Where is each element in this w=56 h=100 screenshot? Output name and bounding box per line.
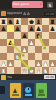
square-g6[interactable] xyxy=(42,32,49,39)
black-rook-a8[interactable]: ♜ xyxy=(0,18,7,25)
square-d7[interactable] xyxy=(21,25,28,32)
square-h8[interactable]: ♜ xyxy=(49,18,56,25)
white-pawn-d4[interactable]: ♟ xyxy=(21,46,28,53)
square-h5[interactable] xyxy=(49,39,56,46)
square-c6[interactable] xyxy=(14,32,21,39)
top-banner-row: New game × ♞ xyxy=(0,0,56,9)
square-g3[interactable] xyxy=(42,53,49,60)
timer-card[interactable] xyxy=(23,83,34,98)
square-b8[interactable]: ♞ xyxy=(7,18,14,25)
square-e5[interactable]: ♟ xyxy=(28,39,35,46)
square-d2[interactable] xyxy=(21,60,28,67)
square-a4[interactable] xyxy=(0,46,7,53)
square-f5[interactable] xyxy=(35,39,42,46)
card-accent-bar xyxy=(25,94,32,96)
square-a8[interactable]: ♜ xyxy=(0,18,7,25)
opponent-bar: Opponent ♙♙ 10:00 xyxy=(0,9,56,18)
square-g2[interactable]: ♟ xyxy=(42,60,49,67)
square-b5[interactable]: ♟ xyxy=(7,39,14,46)
cards-container: ♟▤ xyxy=(10,83,47,98)
square-f7[interactable]: ♟ xyxy=(35,25,42,32)
square-h2[interactable]: ♟ xyxy=(49,60,56,67)
square-h6[interactable] xyxy=(49,32,56,39)
square-h3[interactable] xyxy=(49,53,56,60)
notification-banner[interactable]: New game × xyxy=(12,1,43,8)
white-pawn-b2[interactable]: ♟ xyxy=(7,60,14,67)
square-h1[interactable]: ♜ xyxy=(49,67,56,74)
square-e2[interactable] xyxy=(28,60,35,67)
white-pawn-g2[interactable]: ♟ xyxy=(42,60,49,67)
square-d8[interactable] xyxy=(21,18,28,25)
square-e8[interactable]: ♚ xyxy=(28,18,35,25)
chess-board[interactable]: ♜♞♝♚♝♜♟♟♟♟♟♟♞♟♟♟♞♟♟♟♟♟♜♛♚♝♞♜ xyxy=(0,18,56,74)
square-f6[interactable]: ♞ xyxy=(35,32,42,39)
side-drawer-notch[interactable] xyxy=(0,86,5,94)
square-e1[interactable]: ♚ xyxy=(28,67,35,74)
square-h4[interactable] xyxy=(49,46,56,53)
square-d1[interactable]: ♛ xyxy=(21,67,28,74)
square-d3[interactable] xyxy=(21,53,28,60)
lessons-card[interactable]: ▤ xyxy=(36,83,47,98)
white-knight-g1[interactable]: ♞ xyxy=(42,67,49,74)
square-d6[interactable]: ♟ xyxy=(21,32,28,39)
square-a3[interactable] xyxy=(0,53,7,60)
black-king-e8[interactable]: ♚ xyxy=(28,18,35,25)
black-bishop-f8[interactable]: ♝ xyxy=(35,18,42,25)
black-pawn-c7[interactable]: ♟ xyxy=(14,25,21,32)
square-b2[interactable]: ♟ xyxy=(7,60,14,67)
opponent-clock: 10:00 xyxy=(44,12,55,16)
square-b3[interactable] xyxy=(7,53,14,60)
square-c1[interactable] xyxy=(14,67,21,74)
pawn-icon: ♟ xyxy=(12,87,17,94)
square-f4[interactable] xyxy=(35,46,42,53)
square-c3[interactable]: ♞ xyxy=(14,53,21,60)
square-b7[interactable] xyxy=(7,25,14,32)
square-d4[interactable]: ♟ xyxy=(21,46,28,53)
board-area: ♜♞♝♚♝♜♟♟♟♟♟♟♞♟♟♟♞♟♟♟♟♟♜♛♚♝♞♜ xyxy=(0,18,56,74)
square-c2[interactable] xyxy=(14,60,21,67)
close-icon[interactable]: × xyxy=(39,3,43,6)
square-b6[interactable] xyxy=(7,32,14,39)
white-pawn-e5[interactable]: ♟ xyxy=(28,39,35,46)
square-g4[interactable] xyxy=(42,46,49,53)
square-c7[interactable]: ♟ xyxy=(14,25,21,32)
clock-icon xyxy=(25,87,31,93)
square-f2[interactable]: ♟ xyxy=(35,60,42,67)
player-avatar[interactable] xyxy=(1,75,6,80)
black-knight-b8[interactable]: ♞ xyxy=(7,18,14,25)
pawn-card[interactable]: ♟ xyxy=(10,83,21,98)
square-d5[interactable] xyxy=(21,39,28,46)
black-knight-f6[interactable]: ♞ xyxy=(35,32,42,39)
square-c4[interactable] xyxy=(14,46,21,53)
white-queen-d1[interactable]: ♛ xyxy=(21,67,28,74)
black-bishop-c8[interactable]: ♝ xyxy=(14,18,21,25)
square-h7[interactable]: ♟ xyxy=(49,25,56,32)
chess-app: New game × ♞ Opponent ♙♙ 10:00 ♜♞♝♚♝♜♟♟♟… xyxy=(0,0,56,100)
square-c8[interactable]: ♝ xyxy=(14,18,21,25)
square-a1[interactable]: ♜ xyxy=(0,67,7,74)
card-accent-bar xyxy=(12,94,19,96)
white-pawn-f2[interactable]: ♟ xyxy=(35,60,42,67)
player-clock: 10:00 xyxy=(44,75,55,79)
square-e6[interactable] xyxy=(28,32,35,39)
knight-thumbnail-icon: ♞ xyxy=(47,2,53,8)
white-pawn-a2[interactable]: ♟ xyxy=(0,60,7,67)
square-b1[interactable] xyxy=(7,67,14,74)
square-a6[interactable] xyxy=(0,32,7,39)
white-rook-a1[interactable]: ♜ xyxy=(0,67,7,74)
square-f1[interactable]: ♝ xyxy=(35,67,42,74)
square-g7[interactable] xyxy=(42,25,49,32)
bottom-card-shelf: ♟▤ xyxy=(0,80,56,100)
square-c5[interactable] xyxy=(14,39,21,46)
opponent-avatar[interactable] xyxy=(1,11,6,16)
captured-pieces-tray: ♙♙ xyxy=(23,11,30,16)
black-pawn-b5[interactable]: ♟ xyxy=(7,39,14,46)
square-f8[interactable]: ♝ xyxy=(35,18,42,25)
black-pawn-f7[interactable]: ♟ xyxy=(35,25,42,32)
square-g1[interactable]: ♞ xyxy=(42,67,49,74)
square-a2[interactable]: ♟ xyxy=(0,60,7,67)
black-pawn-a7[interactable]: ♟ xyxy=(0,25,7,32)
square-e4[interactable] xyxy=(28,46,35,53)
square-f3[interactable] xyxy=(35,53,42,60)
card-accent-bar xyxy=(38,94,45,96)
square-a5[interactable] xyxy=(0,39,7,46)
black-pawn-d6[interactable]: ♟ xyxy=(21,32,28,39)
white-king-e1[interactable]: ♚ xyxy=(28,67,35,74)
book-icon: ▤ xyxy=(38,87,44,94)
player-name: You xyxy=(7,76,12,79)
square-b4[interactable] xyxy=(7,46,14,53)
square-a7[interactable]: ♟ xyxy=(0,25,7,32)
banner-text: New game xyxy=(12,3,29,6)
black-pawn-h7[interactable]: ♟ xyxy=(49,25,56,32)
black-pawn-e7[interactable]: ♟ xyxy=(28,25,35,32)
opponent-name: Opponent xyxy=(7,12,22,15)
square-g5[interactable] xyxy=(42,39,49,46)
square-g8[interactable] xyxy=(42,18,49,25)
white-knight-c3[interactable]: ♞ xyxy=(14,53,21,60)
captured-piece-icon: ♙ xyxy=(26,11,30,16)
white-bishop-f1[interactable]: ♝ xyxy=(35,67,42,74)
white-pawn-h2[interactable]: ♟ xyxy=(49,60,56,67)
white-rook-h1[interactable]: ♜ xyxy=(49,67,56,74)
knight-glyph: ♞ xyxy=(48,2,52,8)
square-e7[interactable]: ♟ xyxy=(28,25,35,32)
black-rook-h8[interactable]: ♜ xyxy=(49,18,56,25)
square-e3[interactable] xyxy=(28,53,35,60)
